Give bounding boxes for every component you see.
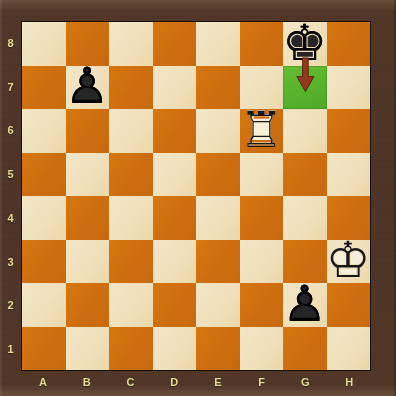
square-e7[interactable]: [196, 66, 240, 110]
square-a1[interactable]: [22, 327, 66, 371]
square-g8[interactable]: ♚♔: [283, 22, 327, 66]
square-h3[interactable]: ♚♔: [327, 240, 371, 284]
rank-labels: 87654321: [0, 21, 21, 371]
square-e5[interactable]: [196, 153, 240, 197]
square-h6[interactable]: [327, 109, 371, 153]
square-g7[interactable]: [283, 66, 327, 110]
square-f3[interactable]: [240, 240, 284, 284]
rank-label-1: 1: [0, 327, 21, 371]
file-label-h: H: [327, 371, 371, 393]
square-a8[interactable]: [22, 22, 66, 66]
square-c7[interactable]: [109, 66, 153, 110]
file-labels: ABCDEFGH: [21, 371, 371, 396]
square-e1[interactable]: [196, 327, 240, 371]
square-c3[interactable]: [109, 240, 153, 284]
rank-label-2: 2: [0, 284, 21, 328]
square-e2[interactable]: [196, 283, 240, 327]
square-f4[interactable]: [240, 196, 284, 240]
square-a2[interactable]: [22, 283, 66, 327]
piece-black-pawn-g2[interactable]: ♟♙: [283, 283, 327, 327]
square-d2[interactable]: [153, 283, 197, 327]
file-label-a: A: [21, 371, 65, 393]
square-d3[interactable]: [153, 240, 197, 284]
piece-white-rook-f6[interactable]: ♜♖: [240, 109, 284, 153]
square-a6[interactable]: [22, 109, 66, 153]
square-c8[interactable]: [109, 22, 153, 66]
square-b3[interactable]: [66, 240, 110, 284]
square-g2[interactable]: ♟♙: [283, 283, 327, 327]
file-label-f: F: [240, 371, 284, 393]
file-label-g: G: [284, 371, 328, 393]
square-b7[interactable]: ♟♙: [66, 66, 110, 110]
square-e3[interactable]: [196, 240, 240, 284]
square-g6[interactable]: [283, 109, 327, 153]
square-b5[interactable]: [66, 153, 110, 197]
piece-black-pawn-b7[interactable]: ♟♙: [66, 66, 110, 110]
square-e4[interactable]: [196, 196, 240, 240]
square-g4[interactable]: [283, 196, 327, 240]
rank-label-7: 7: [0, 65, 21, 109]
square-f6[interactable]: ♜♖: [240, 109, 284, 153]
square-h2[interactable]: [327, 283, 371, 327]
file-label-e: E: [196, 371, 240, 393]
piece-black-king-g8[interactable]: ♚♔: [283, 22, 327, 66]
square-h5[interactable]: [327, 153, 371, 197]
square-h1[interactable]: [327, 327, 371, 371]
square-g5[interactable]: [283, 153, 327, 197]
chess-board[interactable]: ♚♔♟♙♜♖♚♔♟♙: [21, 21, 371, 371]
chess-app-window: 87654321 ABCDEFGH ♚♔♟♙♜♖♚♔♟♙: [0, 0, 396, 396]
square-b2[interactable]: [66, 283, 110, 327]
square-d6[interactable]: [153, 109, 197, 153]
rank-label-5: 5: [0, 152, 21, 196]
square-b4[interactable]: [66, 196, 110, 240]
square-a4[interactable]: [22, 196, 66, 240]
square-e8[interactable]: [196, 22, 240, 66]
rank-label-8: 8: [0, 21, 21, 65]
square-h8[interactable]: [327, 22, 371, 66]
square-f8[interactable]: [240, 22, 284, 66]
square-d1[interactable]: [153, 327, 197, 371]
square-c2[interactable]: [109, 283, 153, 327]
square-d7[interactable]: [153, 66, 197, 110]
square-c6[interactable]: [109, 109, 153, 153]
rank-label-6: 6: [0, 109, 21, 153]
square-b6[interactable]: [66, 109, 110, 153]
square-d4[interactable]: [153, 196, 197, 240]
square-g1[interactable]: [283, 327, 327, 371]
square-c5[interactable]: [109, 153, 153, 197]
rank-label-3: 3: [0, 240, 21, 284]
square-c4[interactable]: [109, 196, 153, 240]
square-d8[interactable]: [153, 22, 197, 66]
square-a5[interactable]: [22, 153, 66, 197]
file-label-b: B: [65, 371, 109, 393]
square-a7[interactable]: [22, 66, 66, 110]
file-label-c: C: [109, 371, 153, 393]
file-label-d: D: [152, 371, 196, 393]
rank-label-4: 4: [0, 196, 21, 240]
piece-white-king-h3[interactable]: ♚♔: [327, 240, 371, 284]
square-a3[interactable]: [22, 240, 66, 284]
square-f2[interactable]: [240, 283, 284, 327]
square-d5[interactable]: [153, 153, 197, 197]
square-c1[interactable]: [109, 327, 153, 371]
square-f5[interactable]: [240, 153, 284, 197]
square-e6[interactable]: [196, 109, 240, 153]
square-h7[interactable]: [327, 66, 371, 110]
square-f1[interactable]: [240, 327, 284, 371]
square-b1[interactable]: [66, 327, 110, 371]
